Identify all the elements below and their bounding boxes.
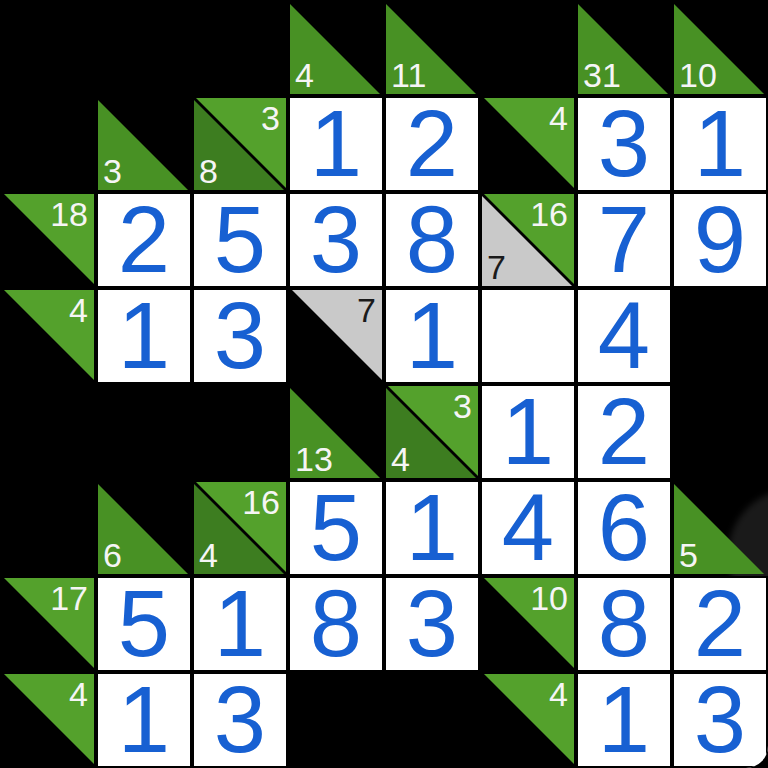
cell-value: 1 <box>310 98 362 190</box>
cell-r5c2: 164 <box>192 480 288 576</box>
cell-value: 3 <box>406 578 458 670</box>
down-clue-value: 4 <box>391 442 410 476</box>
down-clue-value: 11 <box>391 58 426 92</box>
cell-r2c6[interactable]: 7 <box>576 192 672 288</box>
across-clue-value: 4 <box>549 677 568 711</box>
cell-r5c7: 5 <box>672 480 768 576</box>
cell-value: 3 <box>694 674 746 766</box>
cell-r7c6[interactable]: 1 <box>576 672 672 768</box>
cell-r3c2[interactable]: 3 <box>192 288 288 384</box>
cell-r3c5[interactable] <box>480 288 576 384</box>
cell-r2c5: 167 <box>480 192 576 288</box>
cell-r7c5: 4 <box>480 672 576 768</box>
cell-r2c7[interactable]: 9 <box>672 192 768 288</box>
cell-value: 5 <box>310 482 362 574</box>
cell-r1c2: 38 <box>192 96 288 192</box>
cell-r6c3[interactable]: 8 <box>288 576 384 672</box>
cell-value: 3 <box>214 290 266 382</box>
across-clue-value: 16 <box>530 197 568 231</box>
cell-r6c0: 17 <box>0 576 96 672</box>
cell-r0c6: 31 <box>576 0 672 96</box>
across-clue-value: 7 <box>357 293 376 327</box>
cell-r3c0: 4 <box>0 288 96 384</box>
cell-value: 1 <box>406 290 458 382</box>
cell-r5c4[interactable]: 1 <box>384 480 480 576</box>
cell-r4c0 <box>0 384 96 480</box>
cell-value: 1 <box>406 482 458 574</box>
cell-value: 6 <box>598 482 650 574</box>
cell-r3c7 <box>672 288 768 384</box>
cell-r1c4[interactable]: 2 <box>384 96 480 192</box>
cell-r1c5: 4 <box>480 96 576 192</box>
cell-r7c3 <box>288 672 384 768</box>
cell-r3c1[interactable]: 1 <box>96 288 192 384</box>
down-clue-value: 8 <box>199 154 218 188</box>
cell-value: 3 <box>598 98 650 190</box>
down-clue-value: 5 <box>679 538 698 572</box>
cell-value: 2 <box>406 98 458 190</box>
cell-value: 2 <box>118 194 170 286</box>
cell-r2c0: 18 <box>0 192 96 288</box>
cell-value: 8 <box>310 578 362 670</box>
cell-value: 2 <box>694 578 746 670</box>
cell-r6c6[interactable]: 8 <box>576 576 672 672</box>
down-clue-value: 6 <box>103 538 122 572</box>
cell-value: 1 <box>694 98 746 190</box>
down-clue-value: 7 <box>487 250 506 284</box>
cell-r1c6[interactable]: 3 <box>576 96 672 192</box>
cell-value: 9 <box>694 194 746 286</box>
down-clue-value: 10 <box>679 58 717 92</box>
down-clue-value: 31 <box>583 58 621 92</box>
cell-r6c4[interactable]: 3 <box>384 576 480 672</box>
across-clue-value: 4 <box>549 101 568 135</box>
across-clue-value: 3 <box>453 389 472 423</box>
cell-r6c5: 10 <box>480 576 576 672</box>
across-clue-value: 17 <box>50 581 88 615</box>
cell-r2c1[interactable]: 2 <box>96 192 192 288</box>
cell-value: 1 <box>118 290 170 382</box>
cell-r5c3[interactable]: 5 <box>288 480 384 576</box>
cell-r1c3[interactable]: 1 <box>288 96 384 192</box>
cell-r3c4[interactable]: 1 <box>384 288 480 384</box>
across-clue-value: 16 <box>242 485 280 519</box>
cell-value: 1 <box>502 386 554 478</box>
cell-value: 1 <box>214 578 266 670</box>
cell-r0c1 <box>96 0 192 96</box>
cell-value: 1 <box>118 674 170 766</box>
cell-r0c2 <box>192 0 288 96</box>
cell-value: 8 <box>598 578 650 670</box>
cell-r0c0 <box>0 0 96 96</box>
cell-r0c3: 4 <box>288 0 384 96</box>
cell-value: 5 <box>214 194 266 286</box>
across-clue-value: 4 <box>69 293 88 327</box>
kakuro-board: 4113110338124311825381677941371413341261… <box>0 0 768 768</box>
cell-r7c2[interactable]: 3 <box>192 672 288 768</box>
cell-r5c1: 6 <box>96 480 192 576</box>
cell-r5c5[interactable]: 4 <box>480 480 576 576</box>
across-clue-value: 18 <box>50 197 88 231</box>
cell-r6c7[interactable]: 2 <box>672 576 768 672</box>
cell-r3c6[interactable]: 4 <box>576 288 672 384</box>
cell-value: 3 <box>310 194 362 286</box>
cell-r7c4 <box>384 672 480 768</box>
cell-r4c2 <box>192 384 288 480</box>
cell-r4c4: 34 <box>384 384 480 480</box>
cell-r6c2[interactable]: 1 <box>192 576 288 672</box>
cell-value: 7 <box>598 194 650 286</box>
cell-r3c3: 7 <box>288 288 384 384</box>
cell-r0c4: 11 <box>384 0 480 96</box>
cell-r1c7[interactable]: 1 <box>672 96 768 192</box>
down-clue-value: 13 <box>295 442 333 476</box>
cell-value: 8 <box>406 194 458 286</box>
across-clue-value: 10 <box>530 581 568 615</box>
across-clue-value: 3 <box>261 101 280 135</box>
cell-value: 1 <box>598 674 650 766</box>
cell-value: 4 <box>598 290 650 382</box>
cell-value: 2 <box>598 386 650 478</box>
cell-r2c2[interactable]: 5 <box>192 192 288 288</box>
cell-r4c6[interactable]: 2 <box>576 384 672 480</box>
cell-r2c4[interactable]: 8 <box>384 192 480 288</box>
cell-r4c7 <box>672 384 768 480</box>
cell-r5c6[interactable]: 6 <box>576 480 672 576</box>
cell-r1c1: 3 <box>96 96 192 192</box>
cell-value: 4 <box>502 482 554 574</box>
cell-r7c1[interactable]: 1 <box>96 672 192 768</box>
cell-r5c0 <box>0 480 96 576</box>
down-clue-value: 4 <box>199 538 218 572</box>
cell-r7c0: 4 <box>0 672 96 768</box>
cell-r4c5[interactable]: 1 <box>480 384 576 480</box>
cell-r6c1[interactable]: 5 <box>96 576 192 672</box>
down-clue-value: 3 <box>103 154 122 188</box>
cell-r4c3: 13 <box>288 384 384 480</box>
cell-r0c7: 10 <box>672 0 768 96</box>
cell-value: 3 <box>214 674 266 766</box>
cell-r1c0 <box>0 96 96 192</box>
cell-r4c1 <box>96 384 192 480</box>
cell-r0c5 <box>480 0 576 96</box>
down-clue-value: 4 <box>295 58 314 92</box>
across-clue-value: 4 <box>69 677 88 711</box>
cell-r2c3[interactable]: 3 <box>288 192 384 288</box>
cell-value: 5 <box>118 578 170 670</box>
cell-r7c7[interactable]: 3 <box>672 672 768 768</box>
